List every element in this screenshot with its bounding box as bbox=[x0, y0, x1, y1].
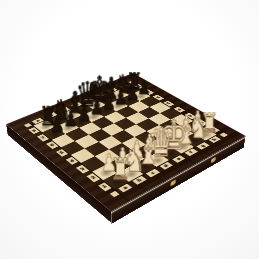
black-pawn: ♟ bbox=[50, 115, 65, 136]
coordinate-label: h bbox=[208, 136, 221, 143]
square-c5 bbox=[88, 129, 111, 142]
black-pawn: ♟ bbox=[90, 98, 104, 118]
black-pawn: ♟ bbox=[126, 83, 140, 102]
brass-clasp-icon bbox=[211, 157, 216, 164]
chess-set-box: abcdefgh abcdefgh 87654321 87654321 ♜♞♝♛… bbox=[6, 73, 246, 211]
brass-clasp-icon bbox=[170, 179, 176, 187]
board-surface: abcdefgh abcdefgh 87654321 87654321 ♜♞♝♛… bbox=[6, 73, 246, 211]
black-pawn: ♟ bbox=[64, 109, 79, 130]
black-pawn: ♟ bbox=[102, 93, 116, 113]
black-pawn: ♟ bbox=[114, 88, 128, 108]
white-rook: ♜ bbox=[110, 155, 131, 185]
black-pawn: ♟ bbox=[77, 104, 91, 125]
photo-background: abcdefgh abcdefgh 87654321 87654321 ♜♞♝♛… bbox=[0, 0, 259, 259]
coordinate-label: 7 bbox=[37, 134, 49, 141]
